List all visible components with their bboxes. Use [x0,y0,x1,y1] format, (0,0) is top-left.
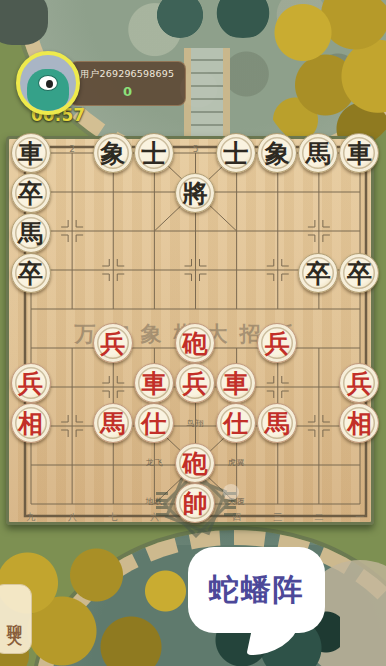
piece-red-horse[interactable]: 馬 [257,403,297,443]
piece-red-cannon[interactable]: 砲 [175,323,215,363]
piece-red-soldier[interactable]: 兵 [175,363,215,403]
piece-black-general[interactable]: 將 [175,173,215,213]
piece-red-soldier[interactable]: 兵 [339,363,379,403]
monster-eye [38,75,58,91]
rock-top-left [0,0,48,45]
piece-red-horse[interactable]: 馬 [93,403,133,443]
xiangqi-board[interactable]: 万宁象棋大招版 123456789 九八七六五四三二一 鸟翔龙飞虎翼地载天覆 車… [6,136,374,525]
formation-name: 蛇蟠阵 [209,570,305,611]
piece-black-soldier[interactable]: 卒 [11,173,51,213]
piece-red-cannon[interactable]: 砲 [175,443,215,483]
piece-red-elephant[interactable]: 相 [11,403,51,443]
piece-black-elephant[interactable]: 象 [93,133,133,173]
piece-red-advisor[interactable]: 仕 [134,403,174,443]
piece-red-general[interactable]: 帥 [175,483,215,523]
piece-black-soldier[interactable]: 卒 [11,253,51,293]
pieces-layer: 車象士士象馬車卒將馬卒卒卒兵砲兵兵車兵車兵相馬仕仕馬相砲帥 [10,133,380,523]
game-screen: 用户269296598695 0 00:57 万宁象棋大招版 123456789… [0,0,386,666]
piece-red-soldier[interactable]: 兵 [11,363,51,403]
piece-black-soldier[interactable]: 卒 [298,253,338,293]
user-info-panel: 用户269296598695 0 [69,61,186,106]
piece-red-elephant[interactable]: 相 [339,403,379,443]
piece-black-soldier[interactable]: 卒 [339,253,379,293]
piece-red-chariot[interactable]: 車 [216,363,256,403]
piece-black-chariot[interactable]: 車 [11,133,51,173]
avatar[interactable] [16,51,80,115]
piece-red-advisor[interactable]: 仕 [216,403,256,443]
monster-avatar-icon [27,69,69,111]
piece-red-soldier[interactable]: 兵 [93,323,133,363]
user-score: 0 [70,84,185,99]
piece-red-soldier[interactable]: 兵 [257,323,297,363]
stone-column [184,48,230,140]
piece-black-advisor[interactable]: 士 [134,133,174,173]
user-id: 用户269296598695 [80,68,184,81]
piece-black-horse[interactable]: 馬 [298,133,338,173]
piece-black-elephant[interactable]: 象 [257,133,297,173]
piece-red-chariot[interactable]: 車 [134,363,174,403]
chat-button[interactable]: 聊天 [0,584,32,654]
chat-button-label: 聊天 [1,612,24,626]
piece-black-advisor[interactable]: 士 [216,133,256,173]
formation-speech-bubble: 蛇蟠阵 [188,547,325,633]
piece-black-horse[interactable]: 馬 [11,213,51,253]
piece-black-chariot[interactable]: 車 [339,133,379,173]
